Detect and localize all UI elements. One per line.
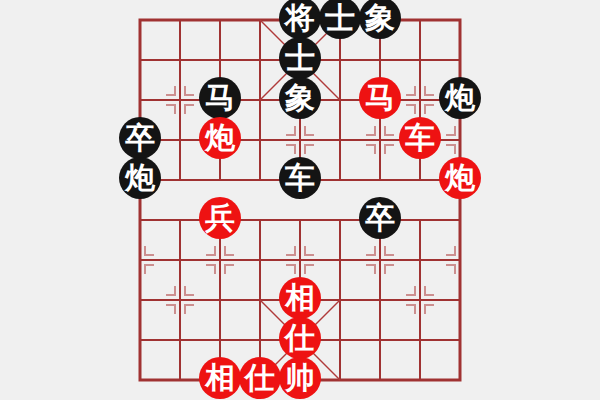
piece-red-elephant[interactable]: 相 <box>199 357 241 399</box>
piece-red-general[interactable]: 帅 <box>279 357 321 399</box>
piece-red-horse[interactable]: 马 <box>359 77 401 119</box>
piece-red-pawn[interactable]: 兵 <box>199 197 241 239</box>
piece-red-advisor[interactable]: 仕 <box>279 317 321 359</box>
piece-black-advisor[interactable]: 士 <box>279 37 321 79</box>
piece-red-cannon[interactable]: 炮 <box>439 157 481 199</box>
piece-red-elephant[interactable]: 相 <box>279 277 321 319</box>
piece-black-advisor[interactable]: 士 <box>319 0 361 39</box>
piece-black-pawn[interactable]: 卒 <box>119 117 161 159</box>
piece-black-cannon[interactable]: 炮 <box>439 77 481 119</box>
piece-red-chariot[interactable]: 车 <box>399 117 441 159</box>
xiangqi-app: 将士象士马象马炮卒炮车炮车炮兵卒相仕相仕帅 <box>0 0 600 400</box>
piece-black-elephant[interactable]: 象 <box>359 0 401 39</box>
pieces-layer: 将士象士马象马炮卒炮车炮车炮兵卒相仕相仕帅 <box>0 0 600 400</box>
piece-black-horse[interactable]: 马 <box>199 77 241 119</box>
piece-black-general[interactable]: 将 <box>279 0 321 39</box>
piece-black-elephant[interactable]: 象 <box>279 77 321 119</box>
piece-red-cannon[interactable]: 炮 <box>199 117 241 159</box>
piece-red-advisor[interactable]: 仕 <box>239 357 281 399</box>
piece-black-chariot[interactable]: 车 <box>279 157 321 199</box>
piece-black-pawn[interactable]: 卒 <box>359 197 401 239</box>
piece-black-cannon[interactable]: 炮 <box>119 157 161 199</box>
